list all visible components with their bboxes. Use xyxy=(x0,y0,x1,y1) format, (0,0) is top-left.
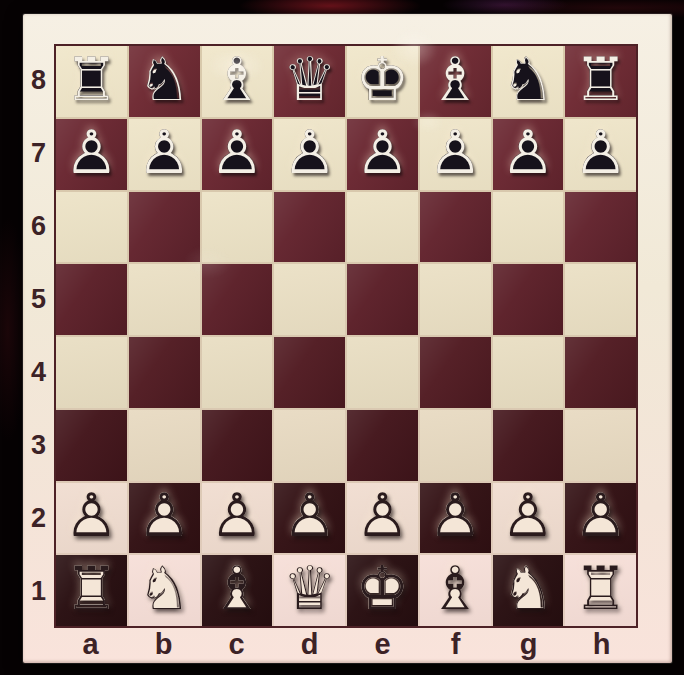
file-label-g: g xyxy=(492,627,565,661)
square-d4[interactable] xyxy=(274,337,345,408)
square-b6[interactable] xyxy=(129,192,200,263)
square-g2[interactable]: ♟♙ xyxy=(493,483,564,554)
piece-outline-layer: ♔ xyxy=(347,555,418,626)
piece-outline-layer: ♙ xyxy=(493,119,564,190)
piece-white-pawn[interactable]: ♟♙ xyxy=(347,483,418,554)
square-h8[interactable]: ♜♖ xyxy=(565,46,636,117)
square-g8[interactable]: ♞♘ xyxy=(493,46,564,117)
square-e3[interactable] xyxy=(347,410,418,481)
piece-white-knight[interactable]: ♞♘ xyxy=(493,555,564,626)
piece-outline-layer: ♘ xyxy=(493,555,564,626)
square-e4[interactable] xyxy=(347,337,418,408)
square-e5[interactable] xyxy=(347,264,418,335)
piece-white-bishop[interactable]: ♝♗ xyxy=(420,555,491,626)
piece-white-pawn[interactable]: ♟♙ xyxy=(129,483,200,554)
square-h2[interactable]: ♟♙ xyxy=(565,483,636,554)
square-d3[interactable] xyxy=(274,410,345,481)
square-f1[interactable]: ♝♗ xyxy=(420,555,491,626)
piece-outline-layer: ♙ xyxy=(493,483,564,554)
piece-black-pawn[interactable]: ♟♙ xyxy=(274,119,345,190)
piece-outline-layer: ♙ xyxy=(565,119,636,190)
square-e2[interactable]: ♟♙ xyxy=(347,483,418,554)
square-h5[interactable] xyxy=(565,264,636,335)
file-label-f: f xyxy=(419,627,492,661)
square-b3[interactable] xyxy=(129,410,200,481)
square-f3[interactable] xyxy=(420,410,491,481)
piece-black-rook[interactable]: ♜♖ xyxy=(565,46,636,117)
piece-white-pawn[interactable]: ♟♙ xyxy=(420,483,491,554)
file-label-h: h xyxy=(565,627,638,661)
photo-scene: 87654321 abcdefgh ♜♖♞♘♝♗♛♕♚♔♝♗♞♘♜♖♟♙♟♙♟♙… xyxy=(0,0,684,675)
square-d5[interactable] xyxy=(274,264,345,335)
piece-outline-layer: ♙ xyxy=(56,119,127,190)
rank-label-7: 7 xyxy=(23,117,54,190)
square-h1[interactable]: ♜♖ xyxy=(565,555,636,626)
piece-white-bishop[interactable]: ♝♗ xyxy=(202,555,273,626)
file-label-b: b xyxy=(127,627,200,661)
piece-white-king[interactable]: ♚♔ xyxy=(347,555,418,626)
square-e6[interactable] xyxy=(347,192,418,263)
square-a7[interactable]: ♟♙ xyxy=(56,119,127,190)
square-g4[interactable] xyxy=(493,337,564,408)
piece-outline-layer: ♔ xyxy=(347,46,418,117)
square-g3[interactable] xyxy=(493,410,564,481)
square-f2[interactable]: ♟♙ xyxy=(420,483,491,554)
piece-outline-layer: ♙ xyxy=(202,119,273,190)
piece-black-pawn[interactable]: ♟♙ xyxy=(347,119,418,190)
piece-black-pawn[interactable]: ♟♙ xyxy=(565,119,636,190)
square-a3[interactable] xyxy=(56,410,127,481)
square-g7[interactable]: ♟♙ xyxy=(493,119,564,190)
square-a5[interactable] xyxy=(56,264,127,335)
square-c2[interactable]: ♟♙ xyxy=(202,483,273,554)
piece-outline-layer: ♕ xyxy=(274,555,345,626)
file-label-e: e xyxy=(346,627,419,661)
piece-black-knight[interactable]: ♞♘ xyxy=(493,46,564,117)
square-b4[interactable] xyxy=(129,337,200,408)
square-c8[interactable]: ♝♗ xyxy=(202,46,273,117)
chess-demo-board: 87654321 abcdefgh ♜♖♞♘♝♗♛♕♚♔♝♗♞♘♜♖♟♙♟♙♟♙… xyxy=(23,14,672,663)
square-d1[interactable]: ♛♕ xyxy=(274,555,345,626)
board-grid: ♜♖♞♘♝♗♛♕♚♔♝♗♞♘♜♖♟♙♟♙♟♙♟♙♟♙♟♙♟♙♟♙♟♙♟♙♟♙♟♙… xyxy=(54,44,638,628)
piece-outline-layer: ♙ xyxy=(347,119,418,190)
square-g1[interactable]: ♞♘ xyxy=(493,555,564,626)
piece-black-bishop[interactable]: ♝♗ xyxy=(420,46,491,117)
piece-outline-layer: ♘ xyxy=(129,555,200,626)
square-h7[interactable]: ♟♙ xyxy=(565,119,636,190)
piece-outline-layer: ♖ xyxy=(565,555,636,626)
square-e1[interactable]: ♚♔ xyxy=(347,555,418,626)
square-b5[interactable] xyxy=(129,264,200,335)
piece-outline-layer: ♘ xyxy=(493,46,564,117)
piece-outline-layer: ♖ xyxy=(565,46,636,117)
piece-black-knight[interactable]: ♞♘ xyxy=(129,46,200,117)
square-d8[interactable]: ♛♕ xyxy=(274,46,345,117)
piece-black-pawn[interactable]: ♟♙ xyxy=(129,119,200,190)
piece-white-pawn[interactable]: ♟♙ xyxy=(493,483,564,554)
piece-white-pawn[interactable]: ♟♙ xyxy=(274,483,345,554)
piece-black-rook[interactable]: ♜♖ xyxy=(56,46,127,117)
square-b2[interactable]: ♟♙ xyxy=(129,483,200,554)
file-label-c: c xyxy=(200,627,273,661)
file-label-d: d xyxy=(273,627,346,661)
square-b8[interactable]: ♞♘ xyxy=(129,46,200,117)
square-h4[interactable] xyxy=(565,337,636,408)
rank-label-2: 2 xyxy=(23,482,54,555)
piece-white-pawn[interactable]: ♟♙ xyxy=(565,483,636,554)
file-label-a: a xyxy=(54,627,127,661)
piece-outline-layer: ♖ xyxy=(56,555,127,626)
square-f6[interactable] xyxy=(420,192,491,263)
square-a2[interactable]: ♟♙ xyxy=(56,483,127,554)
square-a4[interactable] xyxy=(56,337,127,408)
square-g5[interactable] xyxy=(493,264,564,335)
rank-label-8: 8 xyxy=(23,44,54,117)
square-f5[interactable] xyxy=(420,264,491,335)
piece-outline-layer: ♙ xyxy=(129,483,200,554)
piece-white-rook[interactable]: ♜♖ xyxy=(565,555,636,626)
piece-black-king[interactable]: ♚♔ xyxy=(347,46,418,117)
square-h6[interactable] xyxy=(565,192,636,263)
square-c6[interactable] xyxy=(202,192,273,263)
piece-outline-layer: ♙ xyxy=(420,119,491,190)
square-b1[interactable]: ♞♘ xyxy=(129,555,200,626)
square-a1[interactable]: ♜♖ xyxy=(56,555,127,626)
piece-outline-layer: ♙ xyxy=(274,483,345,554)
piece-white-knight[interactable]: ♞♘ xyxy=(129,555,200,626)
square-c1[interactable]: ♝♗ xyxy=(202,555,273,626)
piece-outline-layer: ♙ xyxy=(129,119,200,190)
square-f8[interactable]: ♝♗ xyxy=(420,46,491,117)
piece-black-pawn[interactable]: ♟♙ xyxy=(420,119,491,190)
piece-outline-layer: ♙ xyxy=(347,483,418,554)
piece-outline-layer: ♙ xyxy=(420,483,491,554)
piece-outline-layer: ♙ xyxy=(565,483,636,554)
piece-white-pawn[interactable]: ♟♙ xyxy=(56,483,127,554)
piece-outline-layer: ♗ xyxy=(420,46,491,117)
piece-outline-layer: ♖ xyxy=(56,46,127,117)
square-c3[interactable] xyxy=(202,410,273,481)
piece-black-pawn[interactable]: ♟♙ xyxy=(493,119,564,190)
piece-outline-layer: ♘ xyxy=(129,46,200,117)
piece-black-pawn[interactable]: ♟♙ xyxy=(56,119,127,190)
square-c4[interactable] xyxy=(202,337,273,408)
square-d2[interactable]: ♟♙ xyxy=(274,483,345,554)
piece-outline-layer: ♙ xyxy=(274,119,345,190)
square-e7[interactable]: ♟♙ xyxy=(347,119,418,190)
piece-black-bishop[interactable]: ♝♗ xyxy=(202,46,273,117)
piece-white-queen[interactable]: ♛♕ xyxy=(274,555,345,626)
piece-outline-layer: ♕ xyxy=(274,46,345,117)
rank-label-3: 3 xyxy=(23,409,54,482)
square-a8[interactable]: ♜♖ xyxy=(56,46,127,117)
rank-label-4: 4 xyxy=(23,336,54,409)
piece-outline-layer: ♗ xyxy=(420,555,491,626)
piece-outline-layer: ♙ xyxy=(202,483,273,554)
rank-label-6: 6 xyxy=(23,190,54,263)
square-e8[interactable]: ♚♔ xyxy=(347,46,418,117)
square-a6[interactable] xyxy=(56,192,127,263)
piece-outline-layer: ♙ xyxy=(56,483,127,554)
rank-labels: 87654321 xyxy=(23,44,54,628)
square-d6[interactable] xyxy=(274,192,345,263)
piece-black-pawn[interactable]: ♟♙ xyxy=(202,119,273,190)
square-b7[interactable]: ♟♙ xyxy=(129,119,200,190)
piece-outline-layer: ♗ xyxy=(202,46,273,117)
rank-label-5: 5 xyxy=(23,263,54,336)
piece-outline-layer: ♗ xyxy=(202,555,273,626)
square-h3[interactable] xyxy=(565,410,636,481)
rank-label-1: 1 xyxy=(23,555,54,628)
square-g6[interactable] xyxy=(493,192,564,263)
square-c5[interactable] xyxy=(202,264,273,335)
piece-white-pawn[interactable]: ♟♙ xyxy=(202,483,273,554)
square-f4[interactable] xyxy=(420,337,491,408)
piece-black-queen[interactable]: ♛♕ xyxy=(274,46,345,117)
square-c7[interactable]: ♟♙ xyxy=(202,119,273,190)
square-f7[interactable]: ♟♙ xyxy=(420,119,491,190)
piece-white-rook[interactable]: ♜♖ xyxy=(56,555,127,626)
file-labels: abcdefgh xyxy=(54,627,638,661)
square-d7[interactable]: ♟♙ xyxy=(274,119,345,190)
